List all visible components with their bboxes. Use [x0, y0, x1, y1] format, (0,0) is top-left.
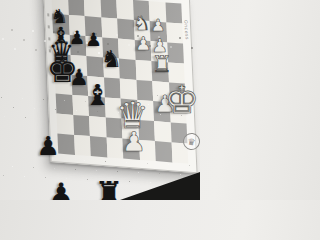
dust-speck: [150, 182, 151, 183]
square-a6[interactable]: [84, 0, 101, 17]
chess-piece-black-n[interactable]: ♞: [101, 48, 122, 72]
dust-speck: [96, 170, 97, 171]
dust-speck: [1, 97, 2, 98]
square-g6[interactable]: [89, 116, 106, 137]
square-a4[interactable]: [116, 0, 133, 19]
chess-piece-white-n[interactable]: ♞: [133, 14, 151, 34]
dust-speck: [33, 167, 34, 168]
dust-speck: [87, 179, 88, 180]
photo-stage: Oncess ♛ ♚♛♜♞♟♟♟♟♟♚♛♝♝♞♞♟♟♟♟♟♜: [0, 0, 200, 200]
dust-speck: [23, 39, 25, 41]
dust-speck: [138, 172, 139, 173]
chess-piece-white-k[interactable]: ♚: [165, 81, 199, 119]
chess-piece-white-r[interactable]: ♜: [151, 53, 172, 76]
square-g7[interactable]: [73, 114, 90, 135]
dust-speck: [4, 116, 5, 117]
dust-speck: [25, 117, 26, 118]
square-h5[interactable]: [106, 137, 123, 158]
square-a7[interactable]: [67, 0, 84, 16]
dust-speck: [43, 99, 44, 100]
border-marking: [47, 13, 49, 16]
dust-speck: [75, 169, 76, 170]
chess-piece-white-p[interactable]: ♟: [135, 35, 152, 53]
dust-speck: [3, 175, 4, 176]
chess-piece-black-r[interactable]: ♜: [94, 177, 124, 200]
border-marking: [48, 25, 50, 28]
dust-speck: [2, 38, 4, 40]
chess-piece-white-p[interactable]: ♟: [151, 18, 166, 35]
chess-piece-black-p[interactable]: ♟: [48, 180, 73, 200]
dust-speck: [11, 29, 13, 31]
square-d3[interactable]: [135, 59, 152, 80]
chess-piece-black-p[interactable]: ♟: [85, 31, 102, 49]
square-h8[interactable]: [57, 133, 74, 154]
dust-speck: [14, 48, 16, 50]
dust-speck: [12, 166, 13, 167]
square-h7[interactable]: [73, 134, 90, 155]
chess-piece-black-b[interactable]: ♝: [84, 82, 110, 111]
square-a1[interactable]: [165, 2, 182, 23]
square-g2[interactable]: [154, 121, 171, 142]
dust-speck: [32, 30, 34, 32]
dust-speck: [129, 181, 130, 182]
dust-speck: [159, 173, 160, 174]
dust-speck: [45, 177, 46, 178]
dust-speck: [35, 49, 37, 51]
dust-speck: [22, 98, 23, 99]
chess-piece-white-p[interactable]: ♟: [122, 128, 146, 155]
dust-speck: [24, 176, 25, 177]
square-h6[interactable]: [90, 136, 107, 157]
dust-speck: [54, 168, 55, 169]
chess-piece-black-p[interactable]: ♟: [36, 134, 59, 160]
dust-speck: [13, 107, 14, 108]
square-f8[interactable]: [55, 93, 72, 114]
square-b4[interactable]: [117, 18, 134, 39]
dust-speck: [180, 174, 181, 175]
square-h2[interactable]: [155, 141, 172, 162]
dust-speck: [34, 108, 35, 109]
dust-speck: [117, 171, 118, 172]
board-brand-text: Oncess: [183, 19, 189, 39]
square-a5[interactable]: [100, 0, 117, 18]
square-b5[interactable]: [101, 17, 118, 38]
